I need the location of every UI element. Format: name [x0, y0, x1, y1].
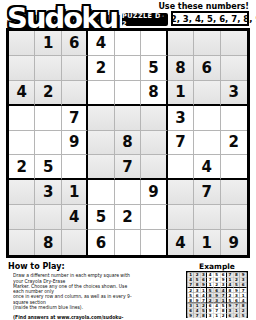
cell-r6c8: 4	[194, 155, 220, 180]
cell-r9c9: 5	[240, 314, 247, 319]
cell-r8c8[interactable]	[194, 205, 220, 230]
cell-r1c9[interactable]	[221, 31, 247, 56]
cell-r4c6[interactable]	[141, 106, 167, 131]
answers-note: (Find answers at www.crayola.com/sudoku-…	[13, 314, 139, 320]
cell-r7c1[interactable]	[9, 180, 35, 205]
cell-r2c5[interactable]	[115, 56, 141, 81]
cell-r3c6: 8	[141, 81, 167, 106]
cell-r9c5[interactable]	[115, 230, 141, 255]
cell-r8c4: 5	[88, 205, 114, 230]
cell-r2c6: 5	[141, 56, 167, 81]
cell-r8c2[interactable]	[35, 205, 61, 230]
cell-r4c5[interactable]	[115, 106, 141, 131]
cell-r6c1: 2	[9, 155, 35, 180]
cell-r5c2[interactable]	[35, 131, 61, 156]
cell-r3c2: 2	[35, 81, 61, 106]
allowed-numbers-box: 1, 2, 3, 4, 5, 6, 7, 8, 9	[171, 11, 249, 26]
cell-r2c4: 2	[88, 56, 114, 81]
cell-r1c6[interactable]	[141, 31, 167, 56]
cell-r3c3[interactable]	[62, 81, 88, 106]
cell-r5c7: 7	[168, 131, 194, 156]
cell-r9c2: 8	[35, 230, 61, 255]
cell-r6c3[interactable]	[62, 155, 88, 180]
cell-r9c7: 4	[168, 230, 194, 255]
cell-r4c9[interactable]	[221, 106, 247, 131]
cell-r3c5[interactable]	[115, 81, 141, 106]
cell-r5c5: 8	[115, 131, 141, 156]
cell-r9c1[interactable]	[9, 230, 35, 255]
cell-r9c3[interactable]	[62, 230, 88, 255]
example-grid: 1234567894567891237891234562315648975648…	[186, 271, 248, 318]
cell-r9c9: 9	[221, 230, 247, 255]
sudoku-board: 1642586428137398722574319745286419	[6, 28, 250, 258]
cell-r4c4[interactable]	[88, 106, 114, 131]
cell-r5c4[interactable]	[88, 131, 114, 156]
cell-r5c8[interactable]	[194, 131, 220, 156]
cell-r4c8[interactable]	[194, 106, 220, 131]
cell-r3c1: 4	[9, 81, 35, 106]
cell-r4c2[interactable]	[35, 106, 61, 131]
cell-r1c1[interactable]	[9, 31, 35, 56]
cell-r1c8[interactable]	[194, 31, 220, 56]
cell-r4c7: 3	[168, 106, 194, 131]
cell-r9c4: 6	[88, 230, 114, 255]
cell-r7c3: 1	[62, 180, 88, 205]
cell-r7c7[interactable]	[168, 180, 194, 205]
cell-r6c4[interactable]	[88, 155, 114, 180]
cell-r1c5[interactable]	[115, 31, 141, 56]
cell-r2c3[interactable]	[62, 56, 88, 81]
cell-r6c9[interactable]	[221, 155, 247, 180]
cell-r2c9[interactable]	[221, 56, 247, 81]
cell-r2c2[interactable]	[35, 56, 61, 81]
cell-r7c9[interactable]	[221, 180, 247, 205]
cell-r7c2: 3	[35, 180, 61, 205]
cell-r6c5: 7	[115, 155, 141, 180]
cell-r3c7: 1	[168, 81, 194, 106]
cell-r8c3: 4	[62, 205, 88, 230]
cell-r7c8: 7	[194, 180, 220, 205]
cell-r4c1[interactable]	[9, 106, 35, 131]
cell-r9c6[interactable]	[141, 230, 167, 255]
cell-r1c7[interactable]	[168, 31, 194, 56]
cell-r1c3: 6	[62, 31, 88, 56]
cell-r3c9: 3	[221, 81, 247, 106]
cell-r5c6[interactable]	[141, 131, 167, 156]
cell-r5c3: 9	[62, 131, 88, 156]
cell-r8c7[interactable]	[168, 205, 194, 230]
cell-r5c1[interactable]	[9, 131, 35, 156]
cell-r2c8: 6	[194, 56, 220, 81]
cell-r8c5: 2	[115, 205, 141, 230]
cell-r8c1[interactable]	[9, 205, 35, 230]
instructions-line: Marker. Choose any one of the choices sh…	[13, 284, 139, 295]
cell-r6c6[interactable]	[141, 155, 167, 180]
cell-r1c2: 1	[35, 31, 61, 56]
how-to-play-title: How to Play:	[8, 262, 65, 271]
cell-r3c4[interactable]	[88, 81, 114, 106]
use-numbers-label: Use these numbers!	[158, 2, 249, 11]
instructions-line: (inside the medium blue lines).	[13, 305, 139, 310]
example-grid-wrap: 1234567894567891237891234562315648975648…	[186, 271, 248, 318]
cell-r4c3: 7	[62, 106, 88, 131]
cell-r6c2: 5	[35, 155, 61, 180]
cell-r9c8: 1	[194, 230, 220, 255]
instructions-line: once in every row and column, as well as…	[13, 294, 139, 305]
cell-r7c4[interactable]	[88, 180, 114, 205]
cell-r2c1[interactable]	[9, 56, 35, 81]
cell-r8c9[interactable]	[221, 205, 247, 230]
cell-r2c7: 8	[168, 56, 194, 81]
cell-r1c4: 4	[88, 31, 114, 56]
cell-r3c8[interactable]	[194, 81, 220, 106]
cell-r5c9: 2	[221, 131, 247, 156]
instructions-line: Draw a different number in each empty sq…	[13, 273, 139, 284]
cell-r8c6[interactable]	[141, 205, 167, 230]
cell-r7c6: 9	[141, 180, 167, 205]
cell-r6c7[interactable]	[168, 155, 194, 180]
cell-r7c5[interactable]	[115, 180, 141, 205]
instructions-text: Draw a different number in each empty sq…	[13, 273, 139, 320]
